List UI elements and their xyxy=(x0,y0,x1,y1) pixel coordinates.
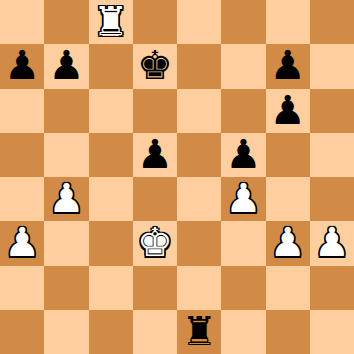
square-e5[interactable] xyxy=(177,133,221,177)
square-a8[interactable] xyxy=(0,0,44,44)
square-c7[interactable] xyxy=(89,44,133,88)
square-h5[interactable] xyxy=(310,133,354,177)
square-c1[interactable] xyxy=(89,310,133,354)
square-f2[interactable] xyxy=(221,266,265,310)
square-h3[interactable]: ♟ xyxy=(310,221,354,265)
square-h4[interactable] xyxy=(310,177,354,221)
black-king[interactable]: ♚ xyxy=(137,45,173,85)
square-b2[interactable] xyxy=(44,266,88,310)
square-e1[interactable]: ♜ xyxy=(177,310,221,354)
square-c8[interactable]: ♜ xyxy=(89,0,133,44)
square-f6[interactable] xyxy=(221,89,265,133)
square-d8[interactable] xyxy=(133,0,177,44)
square-c3[interactable] xyxy=(89,221,133,265)
white-king[interactable]: ♚ xyxy=(137,222,173,262)
square-g3[interactable]: ♟ xyxy=(266,221,310,265)
black-pawn[interactable]: ♟ xyxy=(4,45,40,85)
square-d6[interactable] xyxy=(133,89,177,133)
black-pawn[interactable]: ♟ xyxy=(270,90,306,130)
chess-board: ♜♟♟♚♟♟♟♟♟♟♟♚♟♟♜ xyxy=(0,0,354,354)
square-b6[interactable] xyxy=(44,89,88,133)
square-e2[interactable] xyxy=(177,266,221,310)
square-h8[interactable] xyxy=(310,0,354,44)
square-g7[interactable]: ♟ xyxy=(266,44,310,88)
square-e4[interactable] xyxy=(177,177,221,221)
square-d5[interactable]: ♟ xyxy=(133,133,177,177)
square-g1[interactable] xyxy=(266,310,310,354)
white-pawn[interactable]: ♟ xyxy=(225,178,261,218)
square-h2[interactable] xyxy=(310,266,354,310)
square-g4[interactable] xyxy=(266,177,310,221)
square-b1[interactable] xyxy=(44,310,88,354)
square-g5[interactable] xyxy=(266,133,310,177)
square-a7[interactable]: ♟ xyxy=(0,44,44,88)
white-pawn[interactable]: ♟ xyxy=(270,222,306,262)
square-d4[interactable] xyxy=(133,177,177,221)
square-e6[interactable] xyxy=(177,89,221,133)
black-pawn[interactable]: ♟ xyxy=(137,134,173,174)
square-a2[interactable] xyxy=(0,266,44,310)
black-pawn[interactable]: ♟ xyxy=(270,45,306,85)
square-g2[interactable] xyxy=(266,266,310,310)
black-pawn[interactable]: ♟ xyxy=(225,134,261,174)
square-h6[interactable] xyxy=(310,89,354,133)
square-c5[interactable] xyxy=(89,133,133,177)
square-b8[interactable] xyxy=(44,0,88,44)
square-g6[interactable]: ♟ xyxy=(266,89,310,133)
square-f4[interactable]: ♟ xyxy=(221,177,265,221)
square-f5[interactable]: ♟ xyxy=(221,133,265,177)
square-f8[interactable] xyxy=(221,0,265,44)
square-d2[interactable] xyxy=(133,266,177,310)
white-pawn[interactable]: ♟ xyxy=(48,178,84,218)
square-e7[interactable] xyxy=(177,44,221,88)
square-c4[interactable] xyxy=(89,177,133,221)
square-c2[interactable] xyxy=(89,266,133,310)
black-rook[interactable]: ♜ xyxy=(181,311,217,351)
square-e8[interactable] xyxy=(177,0,221,44)
black-pawn[interactable]: ♟ xyxy=(48,45,84,85)
white-pawn[interactable]: ♟ xyxy=(314,222,350,262)
square-b5[interactable] xyxy=(44,133,88,177)
square-f1[interactable] xyxy=(221,310,265,354)
square-f7[interactable] xyxy=(221,44,265,88)
white-rook[interactable]: ♜ xyxy=(93,1,129,41)
square-c6[interactable] xyxy=(89,89,133,133)
square-d7[interactable]: ♚ xyxy=(133,44,177,88)
square-f3[interactable] xyxy=(221,221,265,265)
square-a4[interactable] xyxy=(0,177,44,221)
square-h7[interactable] xyxy=(310,44,354,88)
square-b4[interactable]: ♟ xyxy=(44,177,88,221)
square-a3[interactable]: ♟ xyxy=(0,221,44,265)
square-d3[interactable]: ♚ xyxy=(133,221,177,265)
white-pawn[interactable]: ♟ xyxy=(4,222,40,262)
square-a6[interactable] xyxy=(0,89,44,133)
square-a5[interactable] xyxy=(0,133,44,177)
square-a1[interactable] xyxy=(0,310,44,354)
square-g8[interactable] xyxy=(266,0,310,44)
square-b7[interactable]: ♟ xyxy=(44,44,88,88)
square-e3[interactable] xyxy=(177,221,221,265)
square-d1[interactable] xyxy=(133,310,177,354)
square-b3[interactable] xyxy=(44,221,88,265)
square-h1[interactable] xyxy=(310,310,354,354)
